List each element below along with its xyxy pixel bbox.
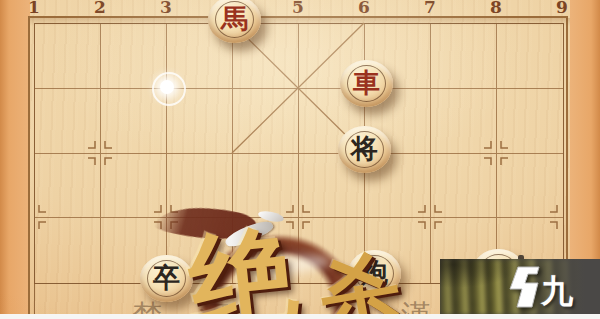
column-label-8: 8	[486, 0, 506, 17]
board-cell[interactable]	[35, 24, 101, 89]
piece-black-general[interactable]: 将	[338, 126, 391, 173]
column-label-3: 3	[156, 0, 176, 17]
board-cell[interactable]	[101, 154, 167, 218]
board-grid[interactable]	[34, 23, 564, 284]
board-cell[interactable]	[35, 218, 101, 283]
piece-char: 卒	[153, 264, 180, 291]
board-cell[interactable]	[497, 154, 563, 218]
promo-banner: 九游	[440, 259, 600, 315]
board-cell[interactable]	[431, 89, 497, 154]
piece-char: 炮	[361, 259, 388, 286]
board-cell[interactable]	[35, 154, 101, 218]
9game-logo-text: 九游	[541, 270, 600, 315]
piece-red-chariot[interactable]: 車	[340, 60, 393, 107]
piece-black-cannon[interactable]: 炮	[348, 250, 401, 297]
board-cell[interactable]	[233, 154, 299, 218]
column-label-9: 9	[552, 0, 572, 17]
board-cell[interactable]	[497, 89, 563, 154]
column-label-7: 7	[420, 0, 440, 17]
board-cell[interactable]	[35, 89, 101, 154]
board-cell[interactable]	[167, 154, 233, 218]
piece-char: 馬	[221, 5, 248, 32]
river-left-edge-line	[34, 283, 35, 315]
column-label-2: 2	[90, 0, 110, 17]
move-highlight-glow	[160, 80, 174, 94]
xiangqi-game-screenshot: 1 2 3 4 5 6 7 8 9 楚 河 漢 界 馬 車 将 卒 炮 绝 杀	[0, 0, 600, 319]
bottom-white-strip	[0, 314, 600, 319]
piece-black-soldier[interactable]: 卒	[140, 255, 193, 302]
board-cell[interactable]	[497, 24, 563, 89]
column-label-5: 5	[288, 0, 308, 17]
board-cell[interactable]	[233, 218, 299, 283]
9game-logo-icon	[506, 265, 542, 309]
column-label-6: 6	[354, 0, 374, 17]
board-cell[interactable]	[431, 154, 497, 218]
column-label-1: 1	[24, 0, 44, 17]
board-cell[interactable]	[431, 24, 497, 89]
board-cell[interactable]	[233, 89, 299, 154]
piece-char: 車	[353, 69, 380, 96]
board-left-margin	[0, 0, 30, 319]
piece-char: 将	[351, 135, 378, 162]
